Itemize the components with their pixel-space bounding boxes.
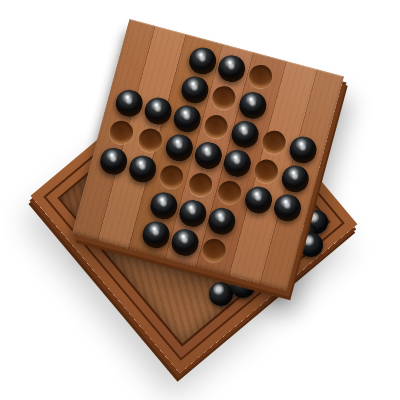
board-hole-grid bbox=[79, 26, 336, 283]
board-cell-r7c7 bbox=[253, 247, 290, 284]
empty-hole[interactable] bbox=[200, 236, 228, 264]
product-photo-scene bbox=[0, 0, 400, 400]
empty-hole[interactable] bbox=[136, 125, 164, 153]
empty-hole[interactable] bbox=[202, 112, 230, 140]
loose-marble[interactable] bbox=[299, 233, 323, 257]
empty-hole[interactable] bbox=[252, 156, 280, 184]
empty-hole[interactable] bbox=[246, 62, 274, 90]
empty-hole[interactable] bbox=[260, 127, 288, 155]
empty-hole[interactable] bbox=[107, 118, 135, 146]
loose-marble[interactable] bbox=[209, 282, 233, 306]
empty-hole[interactable] bbox=[157, 162, 185, 190]
empty-hole[interactable] bbox=[186, 170, 214, 198]
empty-hole[interactable] bbox=[215, 178, 243, 206]
empty-hole[interactable] bbox=[209, 83, 237, 111]
